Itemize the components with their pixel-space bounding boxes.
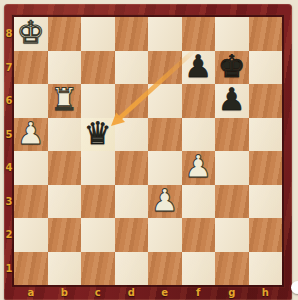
- square-f5[interactable]: [182, 118, 216, 152]
- square-c8[interactable]: [81, 17, 115, 51]
- square-h1[interactable]: [249, 252, 283, 286]
- square-g1[interactable]: [215, 252, 249, 286]
- piece-white-rook[interactable]: ♜: [50, 84, 78, 115]
- square-e5[interactable]: [148, 118, 182, 152]
- square-d5[interactable]: [115, 118, 149, 152]
- square-c2[interactable]: [81, 218, 115, 252]
- square-d1[interactable]: [115, 252, 149, 286]
- square-g4[interactable]: [215, 151, 249, 185]
- square-f3[interactable]: [182, 185, 216, 219]
- square-c5[interactable]: ♛: [81, 118, 115, 152]
- square-a2[interactable]: [14, 218, 48, 252]
- chess-board[interactable]: ♚♟♚♜♟♟♛♟♟: [14, 17, 282, 285]
- square-h6[interactable]: [249, 84, 283, 118]
- piece-black-pawn[interactable]: ♟: [218, 84, 246, 115]
- cut-off-white-circle: [291, 281, 298, 294]
- square-b6[interactable]: ♜: [48, 84, 82, 118]
- piece-black-king[interactable]: ♚: [218, 51, 246, 82]
- square-b3[interactable]: [48, 185, 82, 219]
- square-a1[interactable]: [14, 252, 48, 286]
- square-b5[interactable]: [48, 118, 82, 152]
- square-d3[interactable]: [115, 185, 149, 219]
- piece-black-queen[interactable]: ♛: [84, 118, 112, 149]
- file-label-c: c: [81, 285, 115, 299]
- square-c3[interactable]: [81, 185, 115, 219]
- square-b1[interactable]: [48, 252, 82, 286]
- square-e1[interactable]: [148, 252, 182, 286]
- square-a5[interactable]: ♟: [14, 118, 48, 152]
- rank-label-1: 1: [4, 252, 14, 286]
- square-h8[interactable]: [249, 17, 283, 51]
- rank-label-4: 4: [4, 151, 14, 185]
- piece-white-pawn[interactable]: ♟: [151, 185, 179, 216]
- square-b7[interactable]: [48, 51, 82, 85]
- square-d4[interactable]: [115, 151, 149, 185]
- square-h7[interactable]: [249, 51, 283, 85]
- square-d6[interactable]: [115, 84, 149, 118]
- square-a8[interactable]: ♚: [14, 17, 48, 51]
- square-h4[interactable]: [249, 151, 283, 185]
- square-d8[interactable]: [115, 17, 149, 51]
- square-f1[interactable]: [182, 252, 216, 286]
- file-label-h: h: [249, 285, 283, 299]
- square-f2[interactable]: [182, 218, 216, 252]
- square-b2[interactable]: [48, 218, 82, 252]
- square-b8[interactable]: [48, 17, 82, 51]
- file-label-d: d: [115, 285, 149, 299]
- rank-label-6: 6: [4, 84, 14, 118]
- piece-white-pawn[interactable]: ♟: [184, 151, 212, 182]
- square-e4[interactable]: [148, 151, 182, 185]
- file-label-e: e: [148, 285, 182, 299]
- square-e3[interactable]: ♟: [148, 185, 182, 219]
- rank-label-2: 2: [4, 218, 14, 252]
- file-label-f: f: [182, 285, 216, 299]
- square-h2[interactable]: [249, 218, 283, 252]
- square-c7[interactable]: [81, 51, 115, 85]
- square-f7[interactable]: ♟: [182, 51, 216, 85]
- square-g8[interactable]: [215, 17, 249, 51]
- square-a6[interactable]: [14, 84, 48, 118]
- square-g5[interactable]: [215, 118, 249, 152]
- square-a4[interactable]: [14, 151, 48, 185]
- square-a7[interactable]: [14, 51, 48, 85]
- square-a3[interactable]: [14, 185, 48, 219]
- piece-black-pawn[interactable]: ♟: [184, 51, 212, 82]
- square-g3[interactable]: [215, 185, 249, 219]
- file-label-b: b: [48, 285, 82, 299]
- square-e8[interactable]: [148, 17, 182, 51]
- square-c1[interactable]: [81, 252, 115, 286]
- rank-label-5: 5: [4, 118, 14, 152]
- square-d7[interactable]: [115, 51, 149, 85]
- square-e6[interactable]: [148, 84, 182, 118]
- square-g2[interactable]: [215, 218, 249, 252]
- piece-white-pawn[interactable]: ♟: [17, 118, 45, 149]
- square-b4[interactable]: [48, 151, 82, 185]
- square-e7[interactable]: [148, 51, 182, 85]
- file-label-a: a: [14, 285, 48, 299]
- square-g7[interactable]: ♚: [215, 51, 249, 85]
- square-e2[interactable]: [148, 218, 182, 252]
- square-c6[interactable]: [81, 84, 115, 118]
- rank-label-3: 3: [4, 185, 14, 219]
- rank-labels: 87654321: [4, 17, 14, 285]
- square-h5[interactable]: [249, 118, 283, 152]
- square-f4[interactable]: ♟: [182, 151, 216, 185]
- square-g6[interactable]: ♟: [215, 84, 249, 118]
- square-c4[interactable]: [81, 151, 115, 185]
- rank-label-8: 8: [4, 17, 14, 51]
- square-h3[interactable]: [249, 185, 283, 219]
- piece-white-king[interactable]: ♚: [17, 17, 45, 48]
- rank-label-7: 7: [4, 51, 14, 85]
- chess-diagram: { "game": "chess", "position": { "fen": …: [0, 0, 298, 300]
- file-labels: abcdefgh: [14, 285, 282, 299]
- file-label-g: g: [215, 285, 249, 299]
- square-d2[interactable]: [115, 218, 149, 252]
- square-f8[interactable]: [182, 17, 216, 51]
- square-f6[interactable]: [182, 84, 216, 118]
